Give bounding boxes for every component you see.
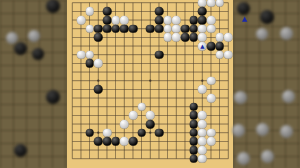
black-stone[interactable] <box>198 16 207 25</box>
white-stone[interactable] <box>77 50 86 59</box>
blurred-background-stone <box>282 90 295 103</box>
black-stone[interactable] <box>94 137 103 146</box>
black-stone[interactable] <box>189 24 198 33</box>
black-stone[interactable] <box>146 24 155 33</box>
white-stone[interactable] <box>198 146 207 155</box>
white-stone[interactable] <box>198 33 207 42</box>
white-stone[interactable] <box>103 128 112 137</box>
go-board[interactable]: ▲ <box>67 0 233 168</box>
black-stone[interactable] <box>85 128 94 137</box>
black-stone[interactable] <box>155 24 164 33</box>
black-stone[interactable] <box>146 120 155 129</box>
white-stone[interactable] <box>207 24 216 33</box>
white-stone[interactable] <box>198 154 207 163</box>
black-stone[interactable] <box>103 24 112 33</box>
white-stone[interactable] <box>94 59 103 68</box>
blurred-background-stone <box>14 144 27 157</box>
white-stone[interactable]: ▲ <box>198 42 207 51</box>
black-stone[interactable] <box>120 24 129 33</box>
white-stone[interactable] <box>224 50 233 59</box>
blurred-background-stone <box>237 2 250 15</box>
white-stone[interactable] <box>215 50 224 59</box>
blurred-background-stone <box>260 10 274 24</box>
black-stone[interactable] <box>94 85 103 94</box>
black-stone[interactable] <box>189 16 198 25</box>
white-stone[interactable] <box>120 120 129 129</box>
white-stone[interactable] <box>198 85 207 94</box>
blurred-background-stone <box>280 125 293 138</box>
black-stone[interactable] <box>189 137 198 146</box>
blurred-background-stone <box>32 48 44 60</box>
blurred-triangle-marker: ▲ <box>242 16 247 23</box>
white-stone[interactable] <box>198 137 207 146</box>
blurred-background-stone <box>46 90 60 104</box>
black-stone[interactable] <box>129 24 138 33</box>
white-stone[interactable] <box>137 102 146 111</box>
black-stone[interactable] <box>189 111 198 120</box>
black-stone[interactable] <box>189 102 198 111</box>
black-stone[interactable] <box>129 137 138 146</box>
black-stone[interactable] <box>215 42 224 51</box>
blurred-background-stone <box>232 124 245 137</box>
white-stone[interactable] <box>77 16 86 25</box>
black-stone[interactable] <box>103 16 112 25</box>
white-stone[interactable] <box>207 128 216 137</box>
white-stone[interactable] <box>163 16 172 25</box>
white-stone[interactable] <box>85 24 94 33</box>
black-stone[interactable] <box>189 128 198 137</box>
white-stone[interactable] <box>85 7 94 16</box>
black-stone[interactable] <box>103 7 112 16</box>
blurred-left-bar <box>0 0 67 168</box>
white-stone[interactable] <box>172 24 181 33</box>
blurred-background-stone <box>14 42 27 55</box>
black-stone[interactable] <box>181 24 190 33</box>
black-stone[interactable] <box>155 128 164 137</box>
black-stone[interactable] <box>85 59 94 68</box>
white-stone[interactable] <box>120 137 129 146</box>
white-stone[interactable] <box>172 16 181 25</box>
white-stone[interactable] <box>207 94 216 103</box>
black-stone[interactable] <box>155 50 164 59</box>
white-stone[interactable] <box>207 76 216 85</box>
white-stone[interactable] <box>215 33 224 42</box>
blurred-background-stone <box>261 150 274 163</box>
blurred-background-stone <box>237 152 250 165</box>
white-stone[interactable] <box>198 128 207 137</box>
last-move-triangle-marker: ▲ <box>200 43 204 49</box>
white-stone[interactable] <box>146 111 155 120</box>
black-stone[interactable] <box>155 16 164 25</box>
blurred-background-stone <box>280 27 293 40</box>
blurred-board-grid <box>233 0 300 168</box>
white-stone[interactable] <box>198 111 207 120</box>
white-stone[interactable] <box>207 16 216 25</box>
white-stone[interactable] <box>198 24 207 33</box>
black-stone[interactable] <box>137 128 146 137</box>
blurred-board-grid <box>0 0 67 168</box>
white-stone[interactable] <box>215 0 224 7</box>
blurred-background-stone <box>28 30 40 42</box>
white-stone[interactable] <box>207 137 216 146</box>
blurred-background-stone <box>256 123 269 136</box>
black-stone[interactable] <box>207 42 216 51</box>
white-stone[interactable] <box>207 0 216 7</box>
black-stone[interactable] <box>189 120 198 129</box>
white-stone[interactable] <box>111 16 120 25</box>
white-stone[interactable] <box>198 120 207 129</box>
white-stone[interactable] <box>85 50 94 59</box>
black-stone[interactable] <box>103 137 112 146</box>
black-stone[interactable] <box>198 7 207 16</box>
white-stone[interactable] <box>163 33 172 42</box>
black-stone[interactable] <box>155 7 164 16</box>
black-stone[interactable] <box>189 154 198 163</box>
blurred-right-bar <box>233 0 300 168</box>
white-stone[interactable] <box>224 33 233 42</box>
black-stone[interactable] <box>111 24 120 33</box>
screen: ▲ ▲ <box>0 0 300 168</box>
blurred-background-stone <box>234 91 247 104</box>
black-stone[interactable] <box>94 24 103 33</box>
blurred-background-stone <box>256 28 268 40</box>
white-stone[interactable] <box>172 33 181 42</box>
black-stone[interactable] <box>111 137 120 146</box>
white-stone[interactable] <box>120 16 129 25</box>
black-stone[interactable] <box>189 146 198 155</box>
black-stone[interactable] <box>94 33 103 42</box>
white-stone[interactable] <box>163 24 172 33</box>
black-stone[interactable] <box>189 33 198 42</box>
white-stone[interactable] <box>129 111 138 120</box>
white-stone[interactable] <box>198 0 207 7</box>
black-stone[interactable] <box>181 33 190 42</box>
